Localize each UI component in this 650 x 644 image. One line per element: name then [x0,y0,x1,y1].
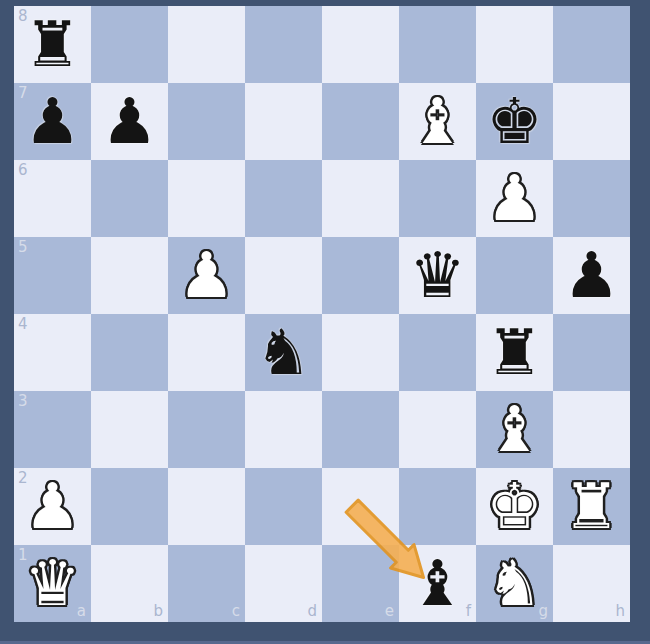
square-b1[interactable]: b [91,545,168,622]
square-f6[interactable] [399,160,476,237]
piece-black-king-g7[interactable]: ♚ [476,83,553,160]
square-h6[interactable] [553,160,630,237]
coord-rank-4: 4 [18,317,28,332]
square-h1[interactable]: h [553,545,630,622]
piece-black-pawn-b7[interactable]: ♟ [91,83,168,160]
square-c6[interactable] [168,160,245,237]
square-d7[interactable] [245,83,322,160]
square-f7[interactable]: ♝ [399,83,476,160]
square-b2[interactable] [91,468,168,545]
square-d3[interactable] [245,391,322,468]
square-b7[interactable]: ♟ [91,83,168,160]
piece-white-pawn-c5[interactable]: ♟ [168,237,245,314]
square-g1[interactable]: g♞ [476,545,553,622]
piece-black-bishop-f1[interactable]: ♝ [399,545,476,622]
square-b8[interactable] [91,6,168,83]
square-c3[interactable] [168,391,245,468]
square-e2[interactable] [322,468,399,545]
square-e8[interactable] [322,6,399,83]
square-g6[interactable]: ♟ [476,160,553,237]
coord-rank-6: 6 [18,163,28,178]
chess-board: 8♜7♟♟♝♚6♟5♟♛♟4♞♜3♝2♟♚♜1a♛bcdef♝g♞h [14,6,630,622]
square-a1[interactable]: 1a♛ [14,545,91,622]
square-c4[interactable] [168,314,245,391]
square-d1[interactable]: d [245,545,322,622]
piece-white-rook-h2[interactable]: ♜ [553,468,630,545]
square-g4[interactable]: ♜ [476,314,553,391]
piece-black-knight-d4[interactable]: ♞ [245,314,322,391]
coord-rank-3: 3 [18,394,28,409]
coord-file-b: b [153,604,163,619]
square-e5[interactable] [322,237,399,314]
square-e4[interactable] [322,314,399,391]
square-d8[interactable] [245,6,322,83]
square-g7[interactable]: ♚ [476,83,553,160]
piece-white-pawn-g6[interactable]: ♟ [476,160,553,237]
square-h5[interactable]: ♟ [553,237,630,314]
piece-black-rook-a8[interactable]: ♜ [14,6,91,83]
square-g8[interactable] [476,6,553,83]
square-b3[interactable] [91,391,168,468]
square-a8[interactable]: 8♜ [14,6,91,83]
piece-white-bishop-g3[interactable]: ♝ [476,391,553,468]
square-e1[interactable]: e [322,545,399,622]
coord-file-d: d [307,604,317,619]
square-a2[interactable]: 2♟ [14,468,91,545]
coord-file-h: h [615,604,625,619]
piece-white-king-g2[interactable]: ♚ [476,468,553,545]
square-d5[interactable] [245,237,322,314]
piece-black-pawn-h5[interactable]: ♟ [553,237,630,314]
square-f1[interactable]: f♝ [399,545,476,622]
square-d6[interactable] [245,160,322,237]
board-frame: 8♜7♟♟♝♚6♟5♟♛♟4♞♜3♝2♟♚♜1a♛bcdef♝g♞h [0,0,650,644]
square-b5[interactable] [91,237,168,314]
square-d2[interactable] [245,468,322,545]
square-a4[interactable]: 4 [14,314,91,391]
square-e7[interactable] [322,83,399,160]
piece-white-pawn-a2[interactable]: ♟ [14,468,91,545]
coord-file-c: c [232,604,240,619]
square-a5[interactable]: 5 [14,237,91,314]
square-h8[interactable] [553,6,630,83]
square-f8[interactable] [399,6,476,83]
square-c1[interactable]: c [168,545,245,622]
square-f4[interactable] [399,314,476,391]
square-e6[interactable] [322,160,399,237]
square-c2[interactable] [168,468,245,545]
square-a6[interactable]: 6 [14,160,91,237]
piece-white-queen-a1[interactable]: ♛ [14,545,91,622]
piece-white-knight-g1[interactable]: ♞ [476,545,553,622]
square-c5[interactable]: ♟ [168,237,245,314]
square-g2[interactable]: ♚ [476,468,553,545]
square-f2[interactable] [399,468,476,545]
piece-black-queen-f5[interactable]: ♛ [399,237,476,314]
square-d4[interactable]: ♞ [245,314,322,391]
square-h3[interactable] [553,391,630,468]
square-h2[interactable]: ♜ [553,468,630,545]
square-f5[interactable]: ♛ [399,237,476,314]
square-b4[interactable] [91,314,168,391]
square-b6[interactable] [91,160,168,237]
piece-black-pawn-a7[interactable]: ♟ [14,83,91,160]
square-h4[interactable] [553,314,630,391]
coord-file-e: e [385,604,394,619]
square-g5[interactable] [476,237,553,314]
coord-rank-5: 5 [18,240,28,255]
square-e3[interactable] [322,391,399,468]
square-c7[interactable] [168,83,245,160]
piece-black-rook-g4[interactable]: ♜ [476,314,553,391]
square-c8[interactable] [168,6,245,83]
square-h7[interactable] [553,83,630,160]
square-f3[interactable] [399,391,476,468]
square-a7[interactable]: 7♟ [14,83,91,160]
piece-white-bishop-f7[interactable]: ♝ [399,83,476,160]
square-g3[interactable]: ♝ [476,391,553,468]
square-a3[interactable]: 3 [14,391,91,468]
